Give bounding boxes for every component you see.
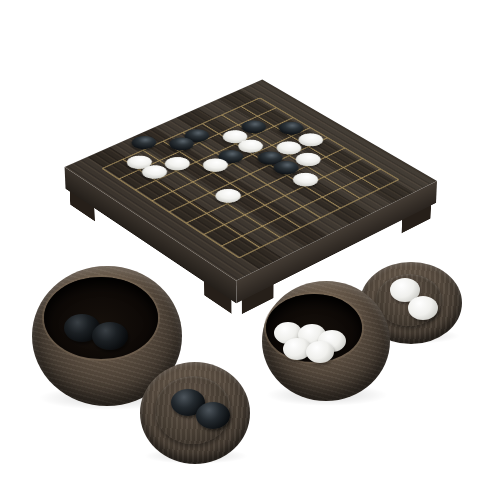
go-stone-white — [408, 296, 438, 320]
board-perspective-wrapper — [0, 0, 500, 500]
board-top-surface — [65, 79, 437, 280]
white-stone-bowl — [262, 281, 390, 401]
go-stone-black — [92, 322, 128, 350]
lid-with-black-stones — [140, 362, 250, 464]
board-foot — [70, 192, 95, 222]
go-stone-black — [196, 402, 230, 429]
board-grid — [65, 79, 437, 280]
go-stone-white — [306, 341, 334, 363]
board-foot — [204, 282, 231, 314]
go-set-product-photo — [0, 0, 500, 500]
board-foot — [402, 205, 431, 233]
go-board — [65, 79, 437, 280]
